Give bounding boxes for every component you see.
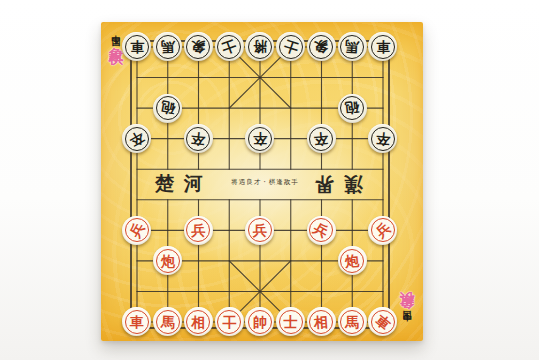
board-point-f7r4: 卒 [306, 123, 337, 154]
board-point-f3r4: 卒 [183, 123, 214, 154]
piece-ring: 馬 [156, 310, 180, 334]
piece-glyph: 兵 [191, 223, 205, 237]
piece-ring: 卒 [125, 127, 149, 151]
piece-black-f9r1[interactable]: 車 [368, 32, 397, 61]
piece-glyph: 兵 [127, 221, 146, 240]
piece-ring: 砲 [156, 96, 180, 120]
piece-glyph: 相 [314, 314, 329, 329]
piece-glyph: 兵 [373, 220, 393, 240]
piece-red-f3r10[interactable]: 相 [184, 307, 213, 336]
piece-ring: 砲 [340, 96, 364, 120]
piece-black-f9r4[interactable]: 卒 [368, 124, 397, 153]
brand-right-rotated: 中国 象棋 [398, 316, 417, 329]
board-point-f2r1: 馬 [152, 32, 183, 63]
piece-glyph: 象 [191, 40, 205, 54]
board-point-f7r10: 相 [306, 307, 337, 338]
board-point-f3r7: 兵 [183, 215, 214, 246]
piece-ring: 將 [248, 35, 272, 59]
piece-ring: 兵 [248, 218, 272, 242]
board-point-f1r4: 卒 [122, 123, 153, 154]
board-point-f9r7: 兵 [368, 215, 399, 246]
board-point-f5r7: 兵 [245, 215, 276, 246]
piece-glyph: 車 [130, 315, 144, 329]
piece-glyph: 砲 [345, 100, 360, 115]
piece-glyph: 兵 [253, 223, 267, 237]
piece-glyph: 砲 [160, 100, 176, 116]
board-point-f8r1: 馬 [337, 32, 368, 63]
piece-red-f1r10[interactable]: 車 [122, 307, 151, 336]
piece-ring: 象 [309, 35, 333, 59]
board-point-f8r10: 馬 [337, 307, 368, 338]
piece-glyph: 卒 [253, 132, 267, 146]
piece-red-f9r7[interactable]: 兵 [368, 216, 397, 245]
piece-red-f7r7[interactable]: 兵 [307, 216, 336, 245]
pieces-layer: 車馬象士將士象馬車砲砲卒卒卒卒卒兵兵兵兵兵炮炮車馬相士帥士相馬車 [122, 32, 399, 337]
piece-ring: 車 [125, 35, 149, 59]
piece-ring: 馬 [340, 35, 364, 59]
piece-ring: 士 [279, 310, 303, 334]
piece-ring: 帥 [248, 310, 272, 334]
piece-ring: 士 [217, 310, 241, 334]
piece-ring: 士 [279, 35, 303, 59]
piece-red-f9r10[interactable]: 車 [368, 307, 397, 336]
board-point-f7r1: 象 [306, 32, 337, 63]
piece-black-f8r3[interactable]: 砲 [338, 94, 367, 123]
board-point-f2r10: 馬 [152, 307, 183, 338]
board-point-f2r8: 炮 [152, 246, 183, 277]
piece-red-f8r8[interactable]: 炮 [338, 246, 367, 275]
piece-black-f7r1[interactable]: 象 [307, 32, 336, 61]
piece-black-f8r1[interactable]: 馬 [338, 32, 367, 61]
piece-glyph: 車 [130, 40, 144, 54]
board-point-f4r1: 士 [214, 32, 245, 63]
piece-black-f1r4[interactable]: 卒 [122, 124, 151, 153]
piece-black-f2r3[interactable]: 砲 [153, 94, 182, 123]
board-point-f9r4: 卒 [368, 123, 399, 154]
piece-red-f6r10[interactable]: 士 [276, 307, 305, 336]
piece-red-f2r8[interactable]: 炮 [153, 246, 182, 275]
piece-ring: 兵 [125, 218, 149, 242]
board-point-f3r10: 相 [183, 307, 214, 338]
piece-glyph: 士 [220, 38, 238, 56]
piece-red-f4r10[interactable]: 士 [215, 307, 244, 336]
board-point-f9r10: 車 [368, 307, 399, 338]
piece-glyph: 炮 [161, 254, 175, 268]
board-point-f4r10: 士 [214, 307, 245, 338]
piece-glyph: 馬 [160, 40, 174, 54]
piece-red-f8r10[interactable]: 馬 [338, 307, 367, 336]
board-point-f3r1: 象 [183, 32, 214, 63]
piece-ring: 士 [217, 35, 241, 59]
piece-glyph: 象 [314, 40, 328, 54]
piece-black-f7r4[interactable]: 卒 [307, 124, 336, 153]
board-point-f8r8: 炮 [337, 246, 368, 277]
piece-red-f1r7[interactable]: 兵 [122, 216, 151, 245]
piece-glyph: 卒 [127, 129, 146, 148]
piece-glyph: 士 [282, 38, 300, 56]
piece-ring: 馬 [156, 35, 180, 59]
brand-china-label: 中国 [401, 325, 414, 329]
piece-glyph: 車 [376, 40, 390, 54]
piece-ring: 象 [186, 35, 210, 59]
piece-ring: 炮 [156, 249, 180, 273]
piece-ring: 卒 [186, 127, 210, 151]
piece-glyph: 士 [222, 315, 236, 329]
piece-glyph: 相 [191, 315, 205, 329]
piece-red-f5r10[interactable]: 帥 [245, 307, 274, 336]
piece-black-f2r1[interactable]: 馬 [153, 32, 182, 61]
board-point-f5r1: 將 [245, 32, 276, 63]
board-point-f6r10: 士 [275, 307, 306, 338]
piece-glyph: 馬 [160, 315, 175, 330]
piece-black-f5r4[interactable]: 卒 [245, 124, 274, 153]
piece-glyph: 兵 [312, 221, 331, 240]
piece-glyph: 卒 [191, 131, 206, 146]
piece-black-f3r1[interactable]: 象 [184, 32, 213, 61]
board-point-f5r4: 卒 [245, 123, 276, 154]
piece-ring: 車 [371, 310, 395, 334]
piece-ring: 車 [371, 35, 395, 59]
piece-glyph: 卒 [314, 131, 329, 146]
piece-ring: 車 [125, 310, 149, 334]
piece-black-f6r1[interactable]: 士 [276, 32, 305, 61]
brand-china-label: 中国 [109, 28, 122, 32]
piece-red-f7r10[interactable]: 相 [307, 307, 336, 336]
piece-black-f5r1[interactable]: 將 [245, 32, 274, 61]
board-point-f1r7: 兵 [122, 215, 153, 246]
piece-glyph: 士 [284, 315, 298, 329]
piece-ring: 卒 [248, 127, 272, 151]
piece-black-f4r1[interactable]: 士 [215, 32, 244, 61]
board-point-f2r3: 砲 [152, 93, 183, 124]
piece-ring: 炮 [340, 249, 364, 273]
piece-glyph: 炮 [345, 253, 360, 268]
piece-glyph: 卒 [375, 131, 390, 146]
piece-glyph: 馬 [345, 315, 359, 329]
board-point-f8r3: 砲 [337, 93, 368, 124]
piece-glyph: 車 [373, 312, 393, 332]
piece-ring: 相 [186, 310, 210, 334]
piece-ring: 卒 [371, 127, 395, 151]
photo-background: { "game": "xiangqi", "scene": "Overhead … [0, 0, 539, 360]
piece-glyph: 將 [253, 40, 267, 54]
piece-ring: 兵 [309, 218, 333, 242]
piece-glyph: 帥 [253, 315, 267, 329]
board-point-f1r1: 車 [122, 32, 153, 63]
piece-red-f3r7[interactable]: 兵 [184, 216, 213, 245]
board-point-f1r10: 車 [122, 307, 153, 338]
board-point-f5r10: 帥 [245, 307, 276, 338]
xiangqi-board-paper: 楚河 将遇良才・棋逢敌手 漢界 中国 象棋 中国 象棋 車馬象士將士象馬車砲砲卒… [101, 22, 423, 341]
board-point-f6r1: 士 [275, 32, 306, 63]
piece-black-f3r4[interactable]: 卒 [184, 124, 213, 153]
piece-ring: 卒 [309, 127, 333, 151]
piece-ring: 兵 [371, 218, 395, 242]
piece-ring: 馬 [340, 310, 364, 334]
piece-ring: 兵 [186, 218, 210, 242]
board-point-f7r7: 兵 [306, 215, 337, 246]
piece-red-f2r10[interactable]: 馬 [153, 307, 182, 336]
board-point-f9r1: 車 [368, 32, 399, 63]
piece-glyph: 馬 [345, 40, 360, 55]
piece-black-f1r1[interactable]: 車 [122, 32, 151, 61]
brand-xiangqi-label: 象棋 [398, 316, 417, 322]
piece-ring: 相 [309, 310, 333, 334]
piece-red-f5r7[interactable]: 兵 [245, 216, 274, 245]
